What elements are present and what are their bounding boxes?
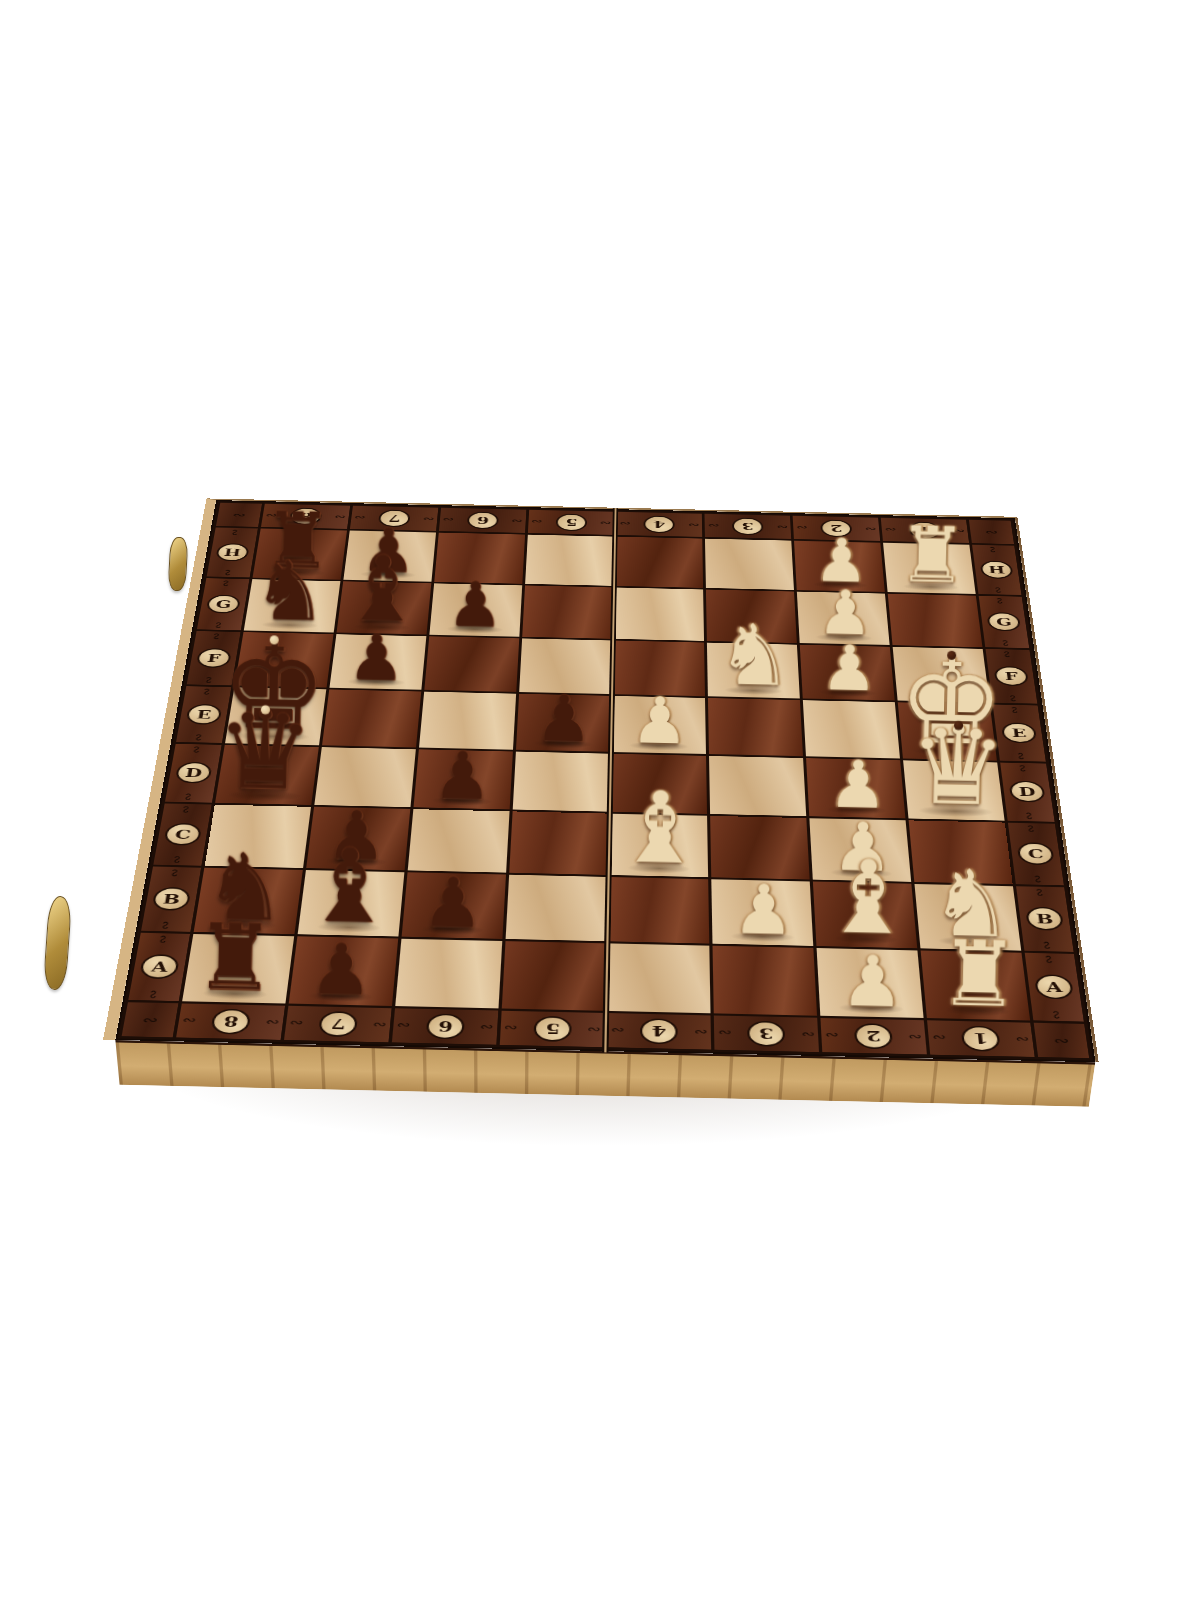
scrollwork-ornament: ∾ <box>1040 955 1057 964</box>
rank-label-top-3-tile: ∾3∾ <box>705 514 792 539</box>
rank-label-bottom-7: 7 <box>318 1011 358 1037</box>
rank-label-bottom-3-tile: ∾3∾ <box>714 1015 819 1052</box>
square-f3: ♞ <box>707 642 800 698</box>
file-label-right-A-tile: ∾A∾ <box>1025 953 1084 1022</box>
scrollwork-ornament: ∾ <box>265 1016 280 1027</box>
file-label-left-G: G <box>206 594 241 613</box>
square-b7: ♝ <box>298 870 405 936</box>
rank-label-bottom-5: 5 <box>533 1016 572 1042</box>
scrollwork-ornament: ∾ <box>953 527 965 535</box>
frame-corner: ∾ <box>969 520 1014 544</box>
square-g6: ♟ <box>429 583 522 636</box>
file-label-right-C: C <box>1017 842 1055 865</box>
scrollwork-ornament: ∾ <box>908 1031 923 1043</box>
scrollwork-ornament: ∾ <box>600 519 612 527</box>
rank-label-top-5: 5 <box>555 513 587 531</box>
scrollwork-ornament: ∾ <box>396 1019 411 1030</box>
file-label-left-H-tile: ∾H∾ <box>207 528 258 578</box>
scrollwork-ornament: ∾ <box>694 1026 708 1037</box>
piece-black-queen-d8: ♛ <box>215 699 314 804</box>
piece-white-knight-f3: ♞ <box>716 615 793 697</box>
piece-black-pawn-f7: ♟ <box>347 627 404 688</box>
file-label-right-B-tile: ∾B∾ <box>1016 886 1074 952</box>
scrollwork-ornament: ∾ <box>1022 825 1038 833</box>
rank-label-bottom-1-tile: ∾1∾ <box>927 1020 1035 1057</box>
rank-label-top-4-tile: ∾4∾ <box>616 512 702 537</box>
scrollwork-ornament: ∾ <box>1053 1034 1071 1047</box>
piece-white-bishop-c4: ♝ <box>615 781 705 876</box>
scrollwork-ornament: ∾ <box>932 1032 947 1044</box>
scrollwork-ornament: ∾ <box>168 855 185 864</box>
scrollwork-ornament: ∾ <box>511 517 523 525</box>
piece-black-bishop-b7: ♝ <box>303 837 395 935</box>
rank-label-bottom-1: 1 <box>961 1026 1001 1052</box>
file-label-right-H: H <box>980 560 1014 579</box>
scrollwork-ornament: ∾ <box>865 525 877 533</box>
square-h3 <box>705 539 794 590</box>
scrollwork-ornament: ∾ <box>156 921 174 930</box>
square-a2: ♟ <box>817 948 924 1018</box>
square-e5: ♟ <box>516 694 611 752</box>
scrollwork-ornament: ∾ <box>190 733 206 741</box>
scrollwork-ornament: ∾ <box>181 1015 197 1026</box>
file-label-left-H: H <box>215 543 250 561</box>
file-label-right-B: B <box>1025 907 1064 931</box>
scrollwork-ornament: ∾ <box>232 510 247 519</box>
square-f2: ♟ <box>800 645 895 701</box>
file-label-left-D: D <box>175 762 213 784</box>
scrollwork-ornament: ∾ <box>141 1013 159 1026</box>
scrollwork-ornament: ∾ <box>776 523 788 531</box>
file-label-left-A-tile: ∾A∾ <box>128 933 190 1001</box>
rank-label-bottom-3: 3 <box>747 1021 786 1047</box>
rank-label-bottom-8-tile: ∾8∾ <box>176 1003 285 1040</box>
rank-label-top-3: 3 <box>732 517 764 535</box>
square-d5 <box>512 751 609 812</box>
piece-black-pawn-a7: ♟ <box>309 936 374 1004</box>
piece-white-pawn-f2: ♟ <box>821 638 878 699</box>
rank-label-top-4: 4 <box>644 515 675 533</box>
square-c5 <box>509 812 608 875</box>
rank-label-top-6: 6 <box>466 511 498 529</box>
scrollwork-ornament: ∾ <box>166 869 183 878</box>
rank-label-bottom-6: 6 <box>425 1013 464 1039</box>
rank-label-bottom-6-tile: ∾6∾ <box>392 1008 498 1045</box>
piece-white-pawn-a2: ♟ <box>841 948 906 1016</box>
scrollwork-ornament: ∾ <box>997 639 1012 646</box>
scrollwork-ornament: ∾ <box>218 580 233 587</box>
square-g5 <box>522 585 613 638</box>
scrollwork-ornament: ∾ <box>984 527 998 536</box>
scrollwork-ornament: ∾ <box>442 515 454 523</box>
scrollwork-ornament: ∾ <box>200 676 216 684</box>
rank-label-bottom-8: 8 <box>210 1009 251 1035</box>
scrollwork-ornament: ∾ <box>220 569 235 576</box>
scrollwork-ornament: ∾ <box>227 529 242 536</box>
chess-board: ∾∾8∾∾7∾∾6∾∾5∾∾4∾∾3∾∾2∾∾1∾∾∾H∾♜♟♟♜∾H∾∾G∾♞… <box>103 498 1099 1062</box>
piece-white-pawn-e4: ♟ <box>631 690 690 752</box>
square-a1: ♜ <box>921 951 1030 1021</box>
file-label-right-D: D <box>1009 781 1046 803</box>
scrollwork-ornament: ∾ <box>334 513 346 521</box>
square-e4: ♟ <box>612 696 706 754</box>
scrollwork-ornament: ∾ <box>587 1024 601 1035</box>
square-a7: ♟ <box>289 936 398 1006</box>
photo-scene: ∾∾8∾∾7∾∾6∾∾5∾∾4∾∾3∾∾2∾∾1∾∾∾H∾♜♟♟♜∾H∾∾G∾♞… <box>0 300 1200 1260</box>
scrollwork-ornament: ∾ <box>1015 1033 1030 1045</box>
square-a8: ♜ <box>182 934 294 1004</box>
square-d3 <box>709 756 806 817</box>
file-label-left-C: C <box>163 823 202 846</box>
scrollwork-ornament: ∾ <box>1047 1010 1065 1020</box>
scrollwork-ornament: ∾ <box>990 586 1005 593</box>
scrollwork-ornament: ∾ <box>1006 706 1022 714</box>
file-label-left-C-tile: ∾C∾ <box>153 804 211 866</box>
rank-label-bottom-5-tile: ∾5∾ <box>499 1011 604 1048</box>
scrollwork-ornament: ∾ <box>208 632 224 639</box>
square-d8: ♛ <box>215 745 319 805</box>
piece-white-rook-a1: ♜ <box>938 931 1021 1018</box>
scrollwork-ornament: ∾ <box>422 515 434 523</box>
square-a4 <box>608 943 711 1013</box>
square-a5 <box>501 941 605 1011</box>
square-b3: ♟ <box>712 879 814 946</box>
scrollwork-ornament: ∾ <box>985 546 1000 553</box>
frame-corner: ∾ <box>216 503 262 527</box>
scrollwork-ornament: ∾ <box>210 621 226 628</box>
piece-black-pawn-d6: ♟ <box>432 744 492 807</box>
scrollwork-ornament: ∾ <box>265 511 278 519</box>
file-label-left-B-tile: ∾B∾ <box>141 867 201 932</box>
scrollwork-ornament: ∾ <box>801 1029 815 1041</box>
rank-label-bottom-2-tile: ∾2∾ <box>821 1018 927 1055</box>
scrollwork-ornament: ∾ <box>531 517 543 525</box>
square-b4 <box>609 877 710 944</box>
scrollwork-ornament: ∾ <box>1005 694 1021 702</box>
rank-label-top-5-tile: ∾5∾ <box>528 510 615 535</box>
file-label-right-C-tile: ∾C∾ <box>1008 823 1064 886</box>
scrollwork-ornament: ∾ <box>884 525 896 533</box>
square-d6: ♟ <box>413 749 512 810</box>
scrollwork-ornament: ∾ <box>992 597 1007 604</box>
scrollwork-ornament: ∾ <box>611 1024 625 1035</box>
scrollwork-ornament: ∾ <box>688 521 700 529</box>
square-f6 <box>424 636 519 692</box>
square-c4: ♝ <box>610 814 708 877</box>
scrollwork-ornament: ∾ <box>177 805 194 813</box>
piece-white-queen-d1: ♛ <box>908 714 1007 819</box>
file-label-right-H-tile: ∾H∾ <box>972 545 1021 595</box>
scrollwork-ornament: ∾ <box>354 513 366 521</box>
scrollwork-ornament: ∾ <box>372 1019 387 1030</box>
scrollwork-ornament: ∾ <box>479 1021 494 1032</box>
square-a3 <box>713 946 817 1016</box>
piece-black-pawn-b6: ♟ <box>421 871 484 938</box>
square-h4 <box>616 537 704 588</box>
scrollwork-ornament: ∾ <box>796 523 808 531</box>
square-b2: ♝ <box>813 882 917 949</box>
scrollwork-ornament: ∾ <box>1021 812 1037 820</box>
scrollwork-ornament: ∾ <box>1012 752 1028 760</box>
scrollwork-ornament: ∾ <box>289 1017 304 1028</box>
piece-white-bishop-b2: ♝ <box>822 849 914 947</box>
square-h5 <box>525 535 614 586</box>
scrollwork-ornament: ∾ <box>825 1029 840 1041</box>
square-f7: ♟ <box>329 634 426 689</box>
square-h1: ♜ <box>883 543 975 594</box>
rank-label-bottom-4-tile: ∾4∾ <box>607 1013 711 1050</box>
file-label-right-D-tile: ∾D∾ <box>1000 762 1055 822</box>
rank-label-bottom-7-tile: ∾7∾ <box>284 1006 392 1043</box>
scrollwork-ornament: ∾ <box>1031 888 1048 897</box>
file-label-left-A: A <box>139 954 180 979</box>
scrollwork-ornament: ∾ <box>1029 875 1046 884</box>
scrollwork-ornament: ∾ <box>154 935 172 944</box>
scrollwork-ornament: ∾ <box>708 521 720 529</box>
scrollwork-ornament: ∾ <box>999 650 1014 657</box>
frame-corner: ∾ <box>122 1002 179 1037</box>
scrollwork-ornament: ∾ <box>144 990 162 1000</box>
frame-corner: ∾ <box>1034 1023 1090 1059</box>
square-b5 <box>505 875 607 941</box>
scrollwork-ornament: ∾ <box>1038 941 1055 950</box>
rank-label-top-6-tile: ∾6∾ <box>439 508 526 533</box>
piece-white-pawn-b3: ♟ <box>732 878 795 945</box>
file-label-left-D-tile: ∾D∾ <box>165 744 222 803</box>
square-a6 <box>395 939 502 1009</box>
square-d1: ♛ <box>903 760 1004 821</box>
file-label-right-G: G <box>986 612 1021 631</box>
piece-black-rook-a8: ♜ <box>194 914 277 1001</box>
square-b6: ♟ <box>401 873 505 939</box>
scrollwork-ornament: ∾ <box>619 519 631 527</box>
rank-label-bottom-4: 4 <box>640 1018 678 1044</box>
piece-black-pawn-e5: ♟ <box>534 688 593 750</box>
piece-black-pawn-g6: ♟ <box>447 576 503 635</box>
rank-label-bottom-2: 2 <box>854 1023 893 1049</box>
scrollwork-ornament: ∾ <box>1014 764 1030 772</box>
file-label-left-B: B <box>151 887 191 911</box>
square-e3 <box>708 698 803 756</box>
square-e7 <box>322 689 421 747</box>
scrollwork-ornament: ∾ <box>198 688 214 696</box>
file-label-right-A: A <box>1034 974 1074 999</box>
scrollwork-ornament: ∾ <box>179 793 196 801</box>
square-g4 <box>615 587 705 640</box>
scrollwork-ornament: ∾ <box>188 745 204 753</box>
scrollwork-ornament: ∾ <box>718 1027 732 1038</box>
scrollwork-ornament: ∾ <box>503 1022 517 1033</box>
